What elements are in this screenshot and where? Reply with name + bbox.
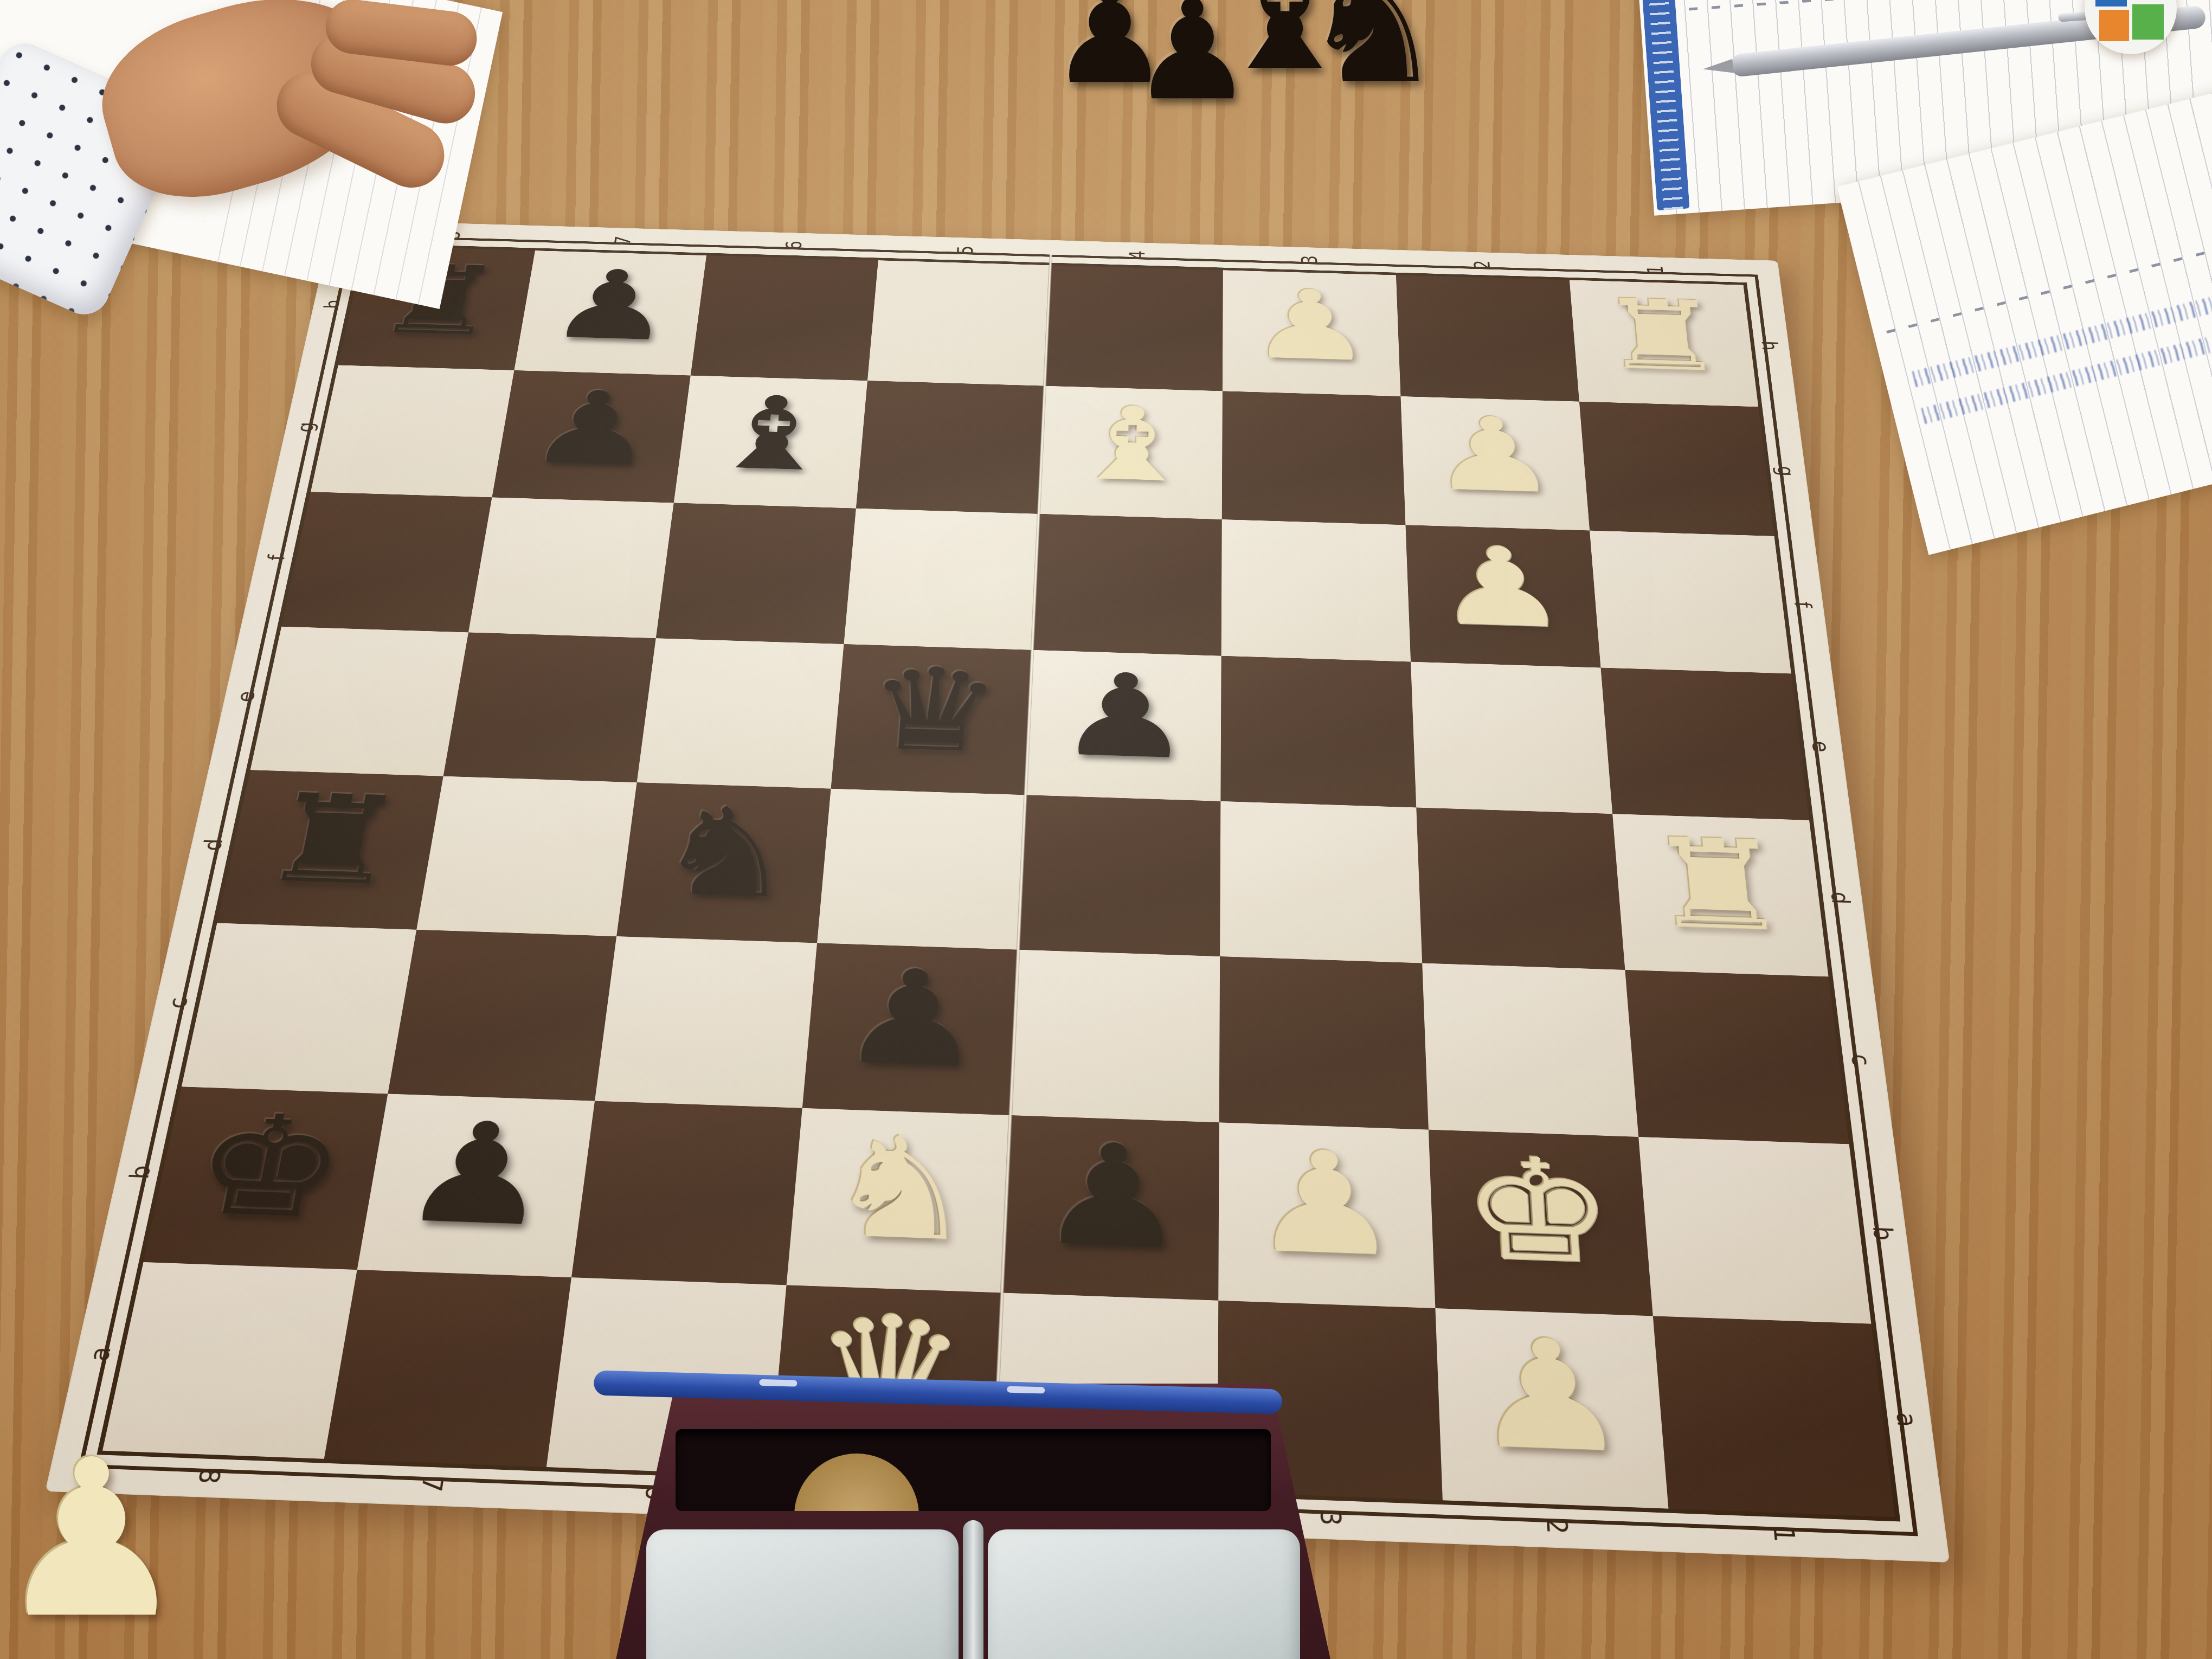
square-f6[interactable] xyxy=(656,503,856,644)
piece-white-rook[interactable]: ♜ xyxy=(1612,805,1828,967)
square-e1[interactable] xyxy=(1600,668,1809,820)
square-b5[interactable]: ♞ xyxy=(787,1108,1011,1293)
square-c7[interactable] xyxy=(388,930,616,1101)
clock-dial-window xyxy=(676,1429,1271,1511)
piece-black-pawn[interactable]: ♟ xyxy=(359,1084,596,1266)
square-g8[interactable] xyxy=(311,365,514,498)
piece-white-pawn[interactable]: ♟ xyxy=(1435,1297,1668,1497)
square-f7[interactable] xyxy=(468,497,674,638)
square-b6[interactable] xyxy=(571,1101,802,1285)
piece-black-rook[interactable]: ♜ xyxy=(219,761,445,920)
square-g1[interactable] xyxy=(1579,402,1774,536)
square-f8[interactable] xyxy=(281,492,492,632)
square-a1[interactable] xyxy=(1653,1316,1895,1517)
piece-black-pawn[interactable]: ♟ xyxy=(1002,1105,1219,1289)
piece-white-pawn[interactable]: ♟ xyxy=(1223,263,1400,389)
piece-white-pawn[interactable]: ♟ xyxy=(1400,389,1589,523)
square-g5[interactable] xyxy=(856,381,1045,514)
square-h7[interactable]: ♟ xyxy=(514,250,706,375)
piece-black-queen[interactable]: ♛ xyxy=(832,636,1033,786)
square-a7[interactable] xyxy=(324,1270,571,1467)
square-b7[interactable]: ♟ xyxy=(357,1094,595,1277)
corner xyxy=(1740,260,1781,286)
square-f1[interactable] xyxy=(1590,531,1791,674)
square-g2[interactable]: ♟ xyxy=(1400,396,1590,531)
clock-analog-dial xyxy=(794,1454,919,1511)
chess-clock[interactable] xyxy=(610,1384,1336,1659)
pen-label xyxy=(1007,1386,1045,1394)
square-g6[interactable]: ♝ xyxy=(674,376,867,509)
piece-black-pawn[interactable]: ♟ xyxy=(1026,641,1221,792)
square-h4[interactable] xyxy=(1045,265,1223,391)
badge-blue-square xyxy=(2095,0,2127,7)
square-d7[interactable] xyxy=(416,776,636,936)
rank-label-bottom-1: 1 xyxy=(1668,1509,1900,1561)
square-b8[interactable]: ♚ xyxy=(144,1086,388,1270)
square-h2[interactable] xyxy=(1396,275,1579,401)
clock-center-ridge xyxy=(963,1520,983,1659)
piece-white-king[interactable]: ♚ xyxy=(1428,1120,1652,1305)
square-f4[interactable] xyxy=(1032,514,1222,656)
badge-orange-square xyxy=(2099,10,2129,41)
square-c2[interactable] xyxy=(1422,963,1638,1136)
square-d8[interactable]: ♜ xyxy=(217,770,443,930)
captured-white-pawn: ♟ xyxy=(0,1431,189,1648)
piece-black-pawn[interactable]: ♟ xyxy=(516,243,708,368)
piece-white-pawn[interactable]: ♟ xyxy=(1218,1112,1435,1297)
rank-label-bottom-2: 2 xyxy=(1443,1500,1672,1552)
square-h1[interactable]: ♜ xyxy=(1570,280,1758,407)
badge-green-square xyxy=(2132,4,2164,40)
square-h3[interactable]: ♟ xyxy=(1223,270,1401,396)
square-c4[interactable] xyxy=(1011,950,1220,1123)
square-d2[interactable] xyxy=(1416,807,1625,969)
square-d4[interactable] xyxy=(1018,795,1220,956)
square-f3[interactable] xyxy=(1221,519,1411,662)
rank-label-bottom-7: 7 xyxy=(317,1459,546,1510)
square-b3[interactable]: ♟ xyxy=(1218,1122,1435,1308)
square-e6[interactable] xyxy=(637,638,844,788)
square-c3[interactable] xyxy=(1219,956,1429,1130)
square-c6[interactable] xyxy=(595,936,817,1108)
chessboard[interactable]: 87654321h♜♟♟♜♟♝♝♟♟♛♟♜♞♜♟♚♟♞♟♟♚♛♟hggffeed… xyxy=(45,220,1950,1562)
square-c1[interactable] xyxy=(1625,970,1849,1144)
square-c8[interactable] xyxy=(182,923,416,1094)
piece-white-rook[interactable]: ♜ xyxy=(1569,273,1758,399)
square-g4[interactable]: ♝ xyxy=(1039,386,1223,519)
piece-black-king[interactable]: ♚ xyxy=(146,1077,390,1259)
pen-label xyxy=(759,1379,797,1387)
square-b2[interactable]: ♚ xyxy=(1429,1130,1653,1316)
corner xyxy=(1895,1517,1950,1562)
playfield: ♜♟♟♜♟♝♝♟♟♛♟♜♞♜♟♚♟♞♟♟♚♛♟ xyxy=(102,246,1895,1517)
square-h5[interactable] xyxy=(867,260,1050,386)
piece-white-knight[interactable]: ♞ xyxy=(787,1098,1011,1282)
clock-rear-panel-left xyxy=(646,1529,959,1659)
square-a2[interactable]: ♟ xyxy=(1435,1308,1668,1509)
piece-black-knight[interactable]: ♞ xyxy=(618,774,832,934)
piece-black-pawn[interactable]: ♟ xyxy=(493,363,692,495)
piece-black-bishop[interactable]: ♝ xyxy=(675,368,869,500)
square-e3[interactable] xyxy=(1220,656,1416,808)
square-h6[interactable] xyxy=(691,255,878,381)
square-b4[interactable]: ♟ xyxy=(1002,1115,1219,1301)
square-f2[interactable]: ♟ xyxy=(1405,525,1600,667)
square-d6[interactable]: ♞ xyxy=(616,782,831,943)
square-d3[interactable] xyxy=(1220,801,1422,963)
clock-rear-panel-right xyxy=(988,1529,1300,1659)
square-d1[interactable]: ♜ xyxy=(1612,814,1828,976)
square-e4[interactable]: ♟ xyxy=(1025,650,1221,801)
square-c5[interactable]: ♟ xyxy=(802,943,1018,1115)
square-e5[interactable]: ♛ xyxy=(831,644,1033,795)
square-d5[interactable] xyxy=(817,789,1025,950)
captured-black-knight: ♞ xyxy=(1301,0,1444,106)
square-g3[interactable] xyxy=(1222,391,1406,525)
square-f5[interactable] xyxy=(844,509,1038,650)
board-frame: 87654321h♜♟♟♜♟♝♝♟♟♛♟♜♞♜♟♚♟♞♟♟♚♛♟hggffeed… xyxy=(45,220,1950,1562)
square-e2[interactable] xyxy=(1411,662,1612,814)
piece-white-pawn[interactable]: ♟ xyxy=(1405,517,1600,659)
square-e8[interactable] xyxy=(250,627,468,776)
square-e7[interactable] xyxy=(443,632,656,782)
square-g7[interactable]: ♟ xyxy=(492,370,690,503)
square-b1[interactable] xyxy=(1638,1137,1871,1324)
piece-black-pawn[interactable]: ♟ xyxy=(803,934,1018,1105)
piece-white-bishop[interactable]: ♝ xyxy=(1039,378,1223,511)
